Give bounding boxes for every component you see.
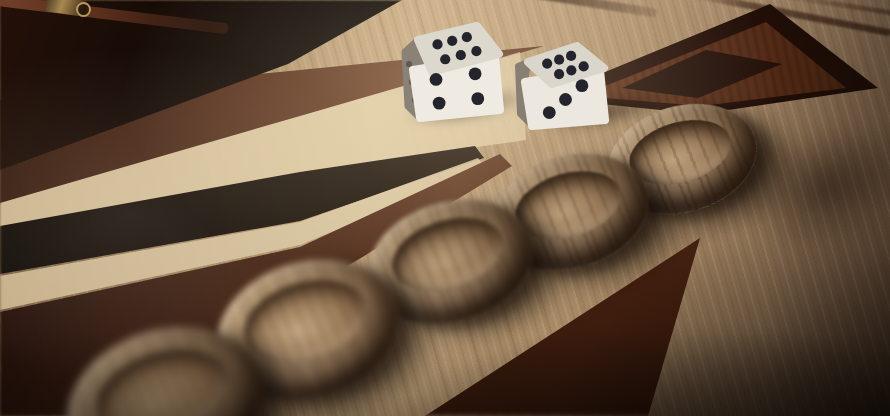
vignette-overlay xyxy=(0,0,890,416)
backgammon-board-photo xyxy=(0,0,890,416)
